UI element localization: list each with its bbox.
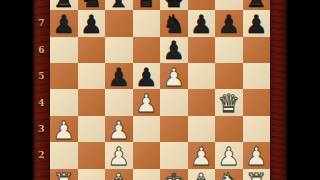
piece-white-knight[interactable]: ♞ [218, 170, 240, 180]
square-h5[interactable] [243, 63, 271, 89]
chess-board: ♜♞♝♛♚♜♟♟♞♟♟♟♟♟♟♟♟♛♟♟♟♟♟♟♜♝♚♝♞♜ [50, 0, 270, 180]
square-c8[interactable]: ♝ [105, 0, 133, 10]
piece-black-pawn[interactable]: ♟ [80, 12, 102, 37]
square-c5[interactable]: ♟ [105, 63, 133, 89]
piece-black-pawn[interactable]: ♟ [218, 12, 240, 37]
piece-white-pawn[interactable]: ♟ [163, 65, 185, 90]
square-c3[interactable]: ♟ [105, 116, 133, 142]
square-h3[interactable] [243, 116, 271, 142]
square-a8[interactable]: ♜ [50, 0, 78, 10]
square-b7[interactable]: ♟ [78, 10, 106, 36]
piece-black-pawn[interactable]: ♟ [245, 12, 267, 37]
piece-white-pawn[interactable]: ♟ [108, 144, 130, 169]
piece-white-bishop[interactable]: ♝ [108, 170, 130, 180]
chessboard-screenshot: ♜♞♝♛♚♜♟♟♞♟♟♟♟♟♟♟♟♛♟♟♟♟♟♟♜♝♚♝♞♜ 765432 [0, 0, 320, 180]
square-c1[interactable]: ♝ [105, 169, 133, 180]
piece-white-pawn[interactable]: ♟ [245, 144, 267, 169]
piece-black-pawn[interactable]: ♟ [135, 65, 157, 90]
square-g2[interactable]: ♟ [215, 142, 243, 168]
rank-label-2: 2 [33, 150, 50, 160]
rank-label-7: 7 [33, 18, 50, 28]
piece-white-pawn[interactable]: ♟ [190, 144, 212, 169]
square-d2[interactable] [133, 142, 161, 168]
square-a1[interactable]: ♜ [50, 169, 78, 180]
rank-label-6: 6 [33, 45, 50, 55]
piece-white-pawn[interactable]: ♟ [53, 118, 75, 143]
square-d8[interactable]: ♛ [133, 0, 161, 10]
square-g4[interactable]: ♛ [215, 89, 243, 115]
square-e1[interactable]: ♚ [160, 169, 188, 180]
square-f7[interactable]: ♟ [188, 10, 216, 36]
piece-black-queen[interactable]: ♛ [135, 0, 157, 11]
square-e4[interactable] [160, 89, 188, 115]
rank-label-3: 3 [33, 124, 50, 134]
square-b6[interactable] [78, 37, 106, 63]
square-e3[interactable] [160, 116, 188, 142]
square-e8[interactable]: ♚ [160, 0, 188, 10]
rank-label-5: 5 [33, 71, 50, 81]
square-b2[interactable] [78, 142, 106, 168]
square-h2[interactable]: ♟ [243, 142, 271, 168]
square-e5[interactable]: ♟ [160, 63, 188, 89]
square-f4[interactable] [188, 89, 216, 115]
square-f1[interactable]: ♝ [188, 169, 216, 180]
square-a2[interactable] [50, 142, 78, 168]
square-d5[interactable]: ♟ [133, 63, 161, 89]
square-a7[interactable]: ♟ [50, 10, 78, 36]
square-b5[interactable] [78, 63, 106, 89]
square-c4[interactable] [105, 89, 133, 115]
square-a6[interactable] [50, 37, 78, 63]
square-e7[interactable]: ♞ [160, 10, 188, 36]
piece-white-pawn[interactable]: ♟ [135, 91, 157, 116]
square-g8[interactable] [215, 0, 243, 10]
square-b1[interactable] [78, 169, 106, 180]
square-a4[interactable] [50, 89, 78, 115]
square-d3[interactable] [133, 116, 161, 142]
square-a3[interactable]: ♟ [50, 116, 78, 142]
piece-white-rook[interactable]: ♜ [245, 170, 267, 180]
piece-white-rook[interactable]: ♜ [53, 170, 75, 180]
square-c6[interactable] [105, 37, 133, 63]
piece-black-pawn[interactable]: ♟ [190, 12, 212, 37]
square-d4[interactable]: ♟ [133, 89, 161, 115]
square-f8[interactable] [188, 0, 216, 10]
square-e6[interactable]: ♟ [160, 37, 188, 63]
square-g1[interactable]: ♞ [215, 169, 243, 180]
piece-white-king[interactable]: ♚ [163, 170, 185, 180]
piece-black-bishop[interactable]: ♝ [108, 0, 130, 11]
square-b3[interactable] [78, 116, 106, 142]
square-b4[interactable] [78, 89, 106, 115]
square-f5[interactable] [188, 63, 216, 89]
square-h7[interactable]: ♟ [243, 10, 271, 36]
square-g6[interactable] [215, 37, 243, 63]
square-g3[interactable] [215, 116, 243, 142]
square-h6[interactable] [243, 37, 271, 63]
piece-white-pawn[interactable]: ♟ [218, 144, 240, 169]
square-f2[interactable]: ♟ [188, 142, 216, 168]
square-g7[interactable]: ♟ [215, 10, 243, 36]
square-h4[interactable] [243, 89, 271, 115]
square-e2[interactable] [160, 142, 188, 168]
piece-black-pawn[interactable]: ♟ [163, 38, 185, 63]
square-d7[interactable] [133, 10, 161, 36]
square-d6[interactable] [133, 37, 161, 63]
piece-black-pawn[interactable]: ♟ [53, 12, 75, 37]
piece-white-queen[interactable]: ♛ [218, 91, 240, 116]
square-f6[interactable] [188, 37, 216, 63]
square-d1[interactable] [133, 169, 161, 180]
piece-white-pawn[interactable]: ♟ [108, 118, 130, 143]
board-frame-right [270, 0, 287, 180]
square-h8[interactable]: ♜ [243, 0, 271, 10]
piece-black-pawn[interactable]: ♟ [108, 65, 130, 90]
square-g5[interactable] [215, 63, 243, 89]
piece-black-knight[interactable]: ♞ [163, 12, 185, 37]
square-c7[interactable] [105, 10, 133, 36]
square-c2[interactable]: ♟ [105, 142, 133, 168]
square-b8[interactable]: ♞ [78, 0, 106, 10]
square-f3[interactable] [188, 116, 216, 142]
rank-label-4: 4 [33, 98, 50, 108]
piece-white-bishop[interactable]: ♝ [190, 170, 212, 180]
square-h1[interactable]: ♜ [243, 169, 271, 180]
square-a5[interactable] [50, 63, 78, 89]
